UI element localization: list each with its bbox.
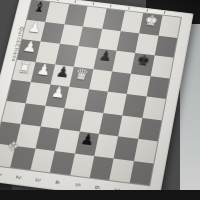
- chess-board: QuickChess ♝♚♟♟♟♚♜♟♟♛♟♟ ❖ 12345678: [0, 0, 194, 200]
- square-h3: [150, 55, 173, 78]
- square-h4: [146, 76, 169, 99]
- table-edge-dark-strip: [0, 190, 200, 200]
- square-h8: [129, 161, 153, 186]
- square-h2: [154, 35, 177, 57]
- coordinate-label-3: 3: [35, 178, 43, 183]
- coordinate-label-2: 2: [15, 175, 23, 180]
- board-grid: ♝♚♟♟♟♚♜♟♟♛♟♟: [0, 0, 181, 185]
- coordinate-label-5: 5: [74, 183, 82, 188]
- coordinate-label-4: 4: [55, 180, 63, 185]
- coordinate-label-1: 1: [0, 172, 4, 177]
- square-h5: [142, 96, 165, 119]
- square-h1: [158, 15, 181, 37]
- square-h6: [138, 117, 162, 141]
- square-h7: [134, 139, 158, 163]
